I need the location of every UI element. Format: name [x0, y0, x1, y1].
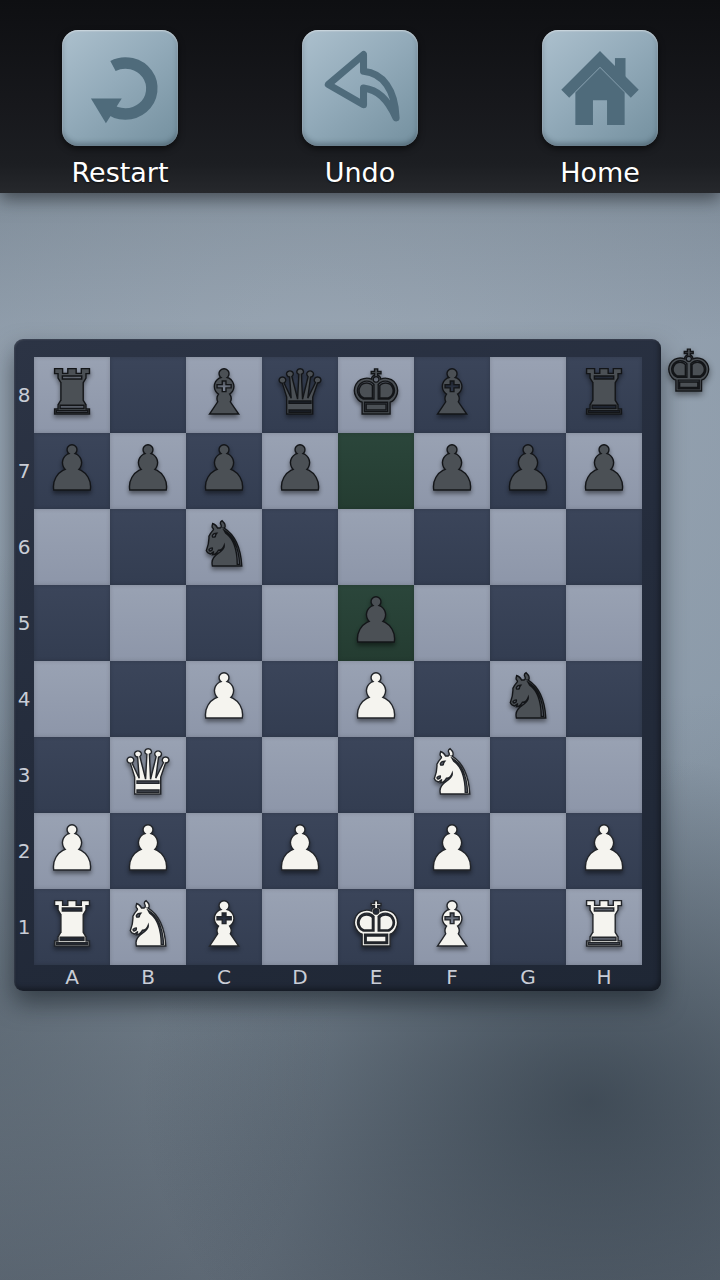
square-a4[interactable]: [34, 661, 110, 737]
piece-black-pawn: ♟: [34, 433, 110, 509]
piece-black-pawn: ♟: [566, 433, 642, 509]
piece-black-pawn: ♟: [338, 585, 414, 661]
square-f5[interactable]: [414, 585, 490, 661]
square-g2[interactable]: [490, 813, 566, 889]
square-f6[interactable]: [414, 509, 490, 585]
square-h5[interactable]: [566, 585, 642, 661]
piece-white-pawn: ♟: [186, 661, 262, 737]
square-a7[interactable]: ♟: [34, 433, 110, 509]
square-e3[interactable]: [338, 737, 414, 813]
piece-white-bishop: ♝: [186, 889, 262, 965]
piece-black-bishop: ♝: [414, 357, 490, 433]
piece-white-rook: ♜: [34, 889, 110, 965]
square-e1[interactable]: ♚: [338, 889, 414, 965]
restart-button[interactable]: Restart: [50, 30, 190, 188]
piece-black-queen: ♛: [262, 357, 338, 433]
piece-black-knight: ♞: [186, 509, 262, 585]
piece-black-pawn: ♟: [186, 433, 262, 509]
rank-label-4: 4: [14, 661, 34, 737]
square-b3[interactable]: ♛: [110, 737, 186, 813]
piece-black-knight: ♞: [490, 661, 566, 737]
square-c3[interactable]: [186, 737, 262, 813]
piece-white-pawn: ♟: [262, 813, 338, 889]
home-button[interactable]: Home: [530, 30, 670, 188]
square-f2[interactable]: ♟: [414, 813, 490, 889]
square-e5[interactable]: ♟: [338, 585, 414, 661]
square-h3[interactable]: [566, 737, 642, 813]
square-g5[interactable]: [490, 585, 566, 661]
square-e8[interactable]: ♚: [338, 357, 414, 433]
square-f4[interactable]: [414, 661, 490, 737]
square-f7[interactable]: ♟: [414, 433, 490, 509]
file-label-g: G: [490, 966, 566, 989]
square-b8[interactable]: [110, 357, 186, 433]
restart-button-face[interactable]: [62, 30, 178, 146]
square-d2[interactable]: ♟: [262, 813, 338, 889]
undo-button-label: Undo: [325, 157, 396, 188]
square-f3[interactable]: ♞: [414, 737, 490, 813]
square-b1[interactable]: ♞: [110, 889, 186, 965]
square-e7[interactable]: [338, 433, 414, 509]
file-label-a: A: [34, 966, 110, 989]
square-d7[interactable]: ♟: [262, 433, 338, 509]
piece-white-bishop: ♝: [414, 889, 490, 965]
piece-white-queen: ♛: [110, 737, 186, 813]
square-g8[interactable]: [490, 357, 566, 433]
square-c1[interactable]: ♝: [186, 889, 262, 965]
home-button-face[interactable]: [542, 30, 658, 146]
square-a5[interactable]: [34, 585, 110, 661]
toolbar: Restart Undo Home: [0, 0, 720, 193]
square-g1[interactable]: [490, 889, 566, 965]
undo-icon: [316, 44, 404, 132]
square-c8[interactable]: ♝: [186, 357, 262, 433]
piece-white-pawn: ♟: [34, 813, 110, 889]
square-c4[interactable]: ♟: [186, 661, 262, 737]
rank-label-1: 1: [14, 889, 34, 965]
piece-black-pawn: ♟: [110, 433, 186, 509]
undo-button[interactable]: Undo: [290, 30, 430, 188]
square-c2[interactable]: [186, 813, 262, 889]
chess-board: ♜♝♛♚♝♜♟♟♟♟♟♟♟♞♟♟♟♞♛♞♟♟♟♟♟♜♞♝♚♝♜ 87654321…: [14, 339, 661, 991]
rank-label-2: 2: [14, 813, 34, 889]
square-h8[interactable]: ♜: [566, 357, 642, 433]
piece-white-pawn: ♟: [414, 813, 490, 889]
square-d6[interactable]: [262, 509, 338, 585]
square-b2[interactable]: ♟: [110, 813, 186, 889]
square-f1[interactable]: ♝: [414, 889, 490, 965]
piece-black-pawn: ♟: [262, 433, 338, 509]
square-h2[interactable]: ♟: [566, 813, 642, 889]
square-f8[interactable]: ♝: [414, 357, 490, 433]
rank-label-8: 8: [14, 357, 34, 433]
square-g7[interactable]: ♟: [490, 433, 566, 509]
square-d5[interactable]: [262, 585, 338, 661]
piece-white-knight: ♞: [414, 737, 490, 813]
piece-black-rook: ♜: [566, 357, 642, 433]
square-d4[interactable]: [262, 661, 338, 737]
rank-label-6: 6: [14, 509, 34, 585]
square-h1[interactable]: ♜: [566, 889, 642, 965]
square-d1[interactable]: [262, 889, 338, 965]
square-d8[interactable]: ♛: [262, 357, 338, 433]
rank-label-7: 7: [14, 433, 34, 509]
piece-black-king: ♚: [338, 357, 414, 433]
square-h6[interactable]: [566, 509, 642, 585]
file-label-e: E: [338, 966, 414, 989]
square-a8[interactable]: ♜: [34, 357, 110, 433]
piece-black-bishop: ♝: [186, 357, 262, 433]
square-a3[interactable]: [34, 737, 110, 813]
home-button-label: Home: [560, 157, 640, 188]
piece-black-rook: ♜: [34, 357, 110, 433]
square-g4[interactable]: ♞: [490, 661, 566, 737]
piece-white-pawn: ♟: [566, 813, 642, 889]
square-a2[interactable]: ♟: [34, 813, 110, 889]
chess-app-screen: Restart Undo Home ♜♝♛♚♝♜♟♟♟♟♟♟♟♞♟♟♟♞♛♞♟♟…: [0, 0, 720, 1280]
square-a6[interactable]: [34, 509, 110, 585]
restart-button-label: Restart: [71, 157, 168, 188]
square-h4[interactable]: [566, 661, 642, 737]
square-g3[interactable]: [490, 737, 566, 813]
piece-black-pawn: ♟: [414, 433, 490, 509]
turn-indicator-black-king-icon: ♚: [657, 331, 720, 411]
square-b4[interactable]: [110, 661, 186, 737]
file-label-d: D: [262, 966, 338, 989]
square-d3[interactable]: [262, 737, 338, 813]
undo-button-face[interactable]: [302, 30, 418, 146]
square-a1[interactable]: ♜: [34, 889, 110, 965]
square-e2[interactable]: [338, 813, 414, 889]
piece-white-king: ♚: [338, 889, 414, 965]
file-label-c: C: [186, 966, 262, 989]
square-c6[interactable]: ♞: [186, 509, 262, 585]
board-squares: ♜♝♛♚♝♜♟♟♟♟♟♟♟♞♟♟♟♞♛♞♟♟♟♟♟♜♞♝♚♝♜: [34, 357, 642, 965]
piece-white-pawn: ♟: [110, 813, 186, 889]
restart-icon: [76, 44, 164, 132]
square-h7[interactable]: ♟: [566, 433, 642, 509]
piece-white-pawn: ♟: [338, 661, 414, 737]
square-b6[interactable]: [110, 509, 186, 585]
square-e4[interactable]: ♟: [338, 661, 414, 737]
piece-white-rook: ♜: [566, 889, 642, 965]
home-icon: [556, 44, 644, 132]
square-c5[interactable]: [186, 585, 262, 661]
square-b5[interactable]: [110, 585, 186, 661]
piece-black-pawn: ♟: [490, 433, 566, 509]
piece-white-knight: ♞: [110, 889, 186, 965]
rank-label-3: 3: [14, 737, 34, 813]
square-e6[interactable]: [338, 509, 414, 585]
square-c7[interactable]: ♟: [186, 433, 262, 509]
file-label-f: F: [414, 966, 490, 989]
rank-label-5: 5: [14, 585, 34, 661]
square-g6[interactable]: [490, 509, 566, 585]
file-label-b: B: [110, 966, 186, 989]
square-b7[interactable]: ♟: [110, 433, 186, 509]
file-label-h: H: [566, 966, 642, 989]
